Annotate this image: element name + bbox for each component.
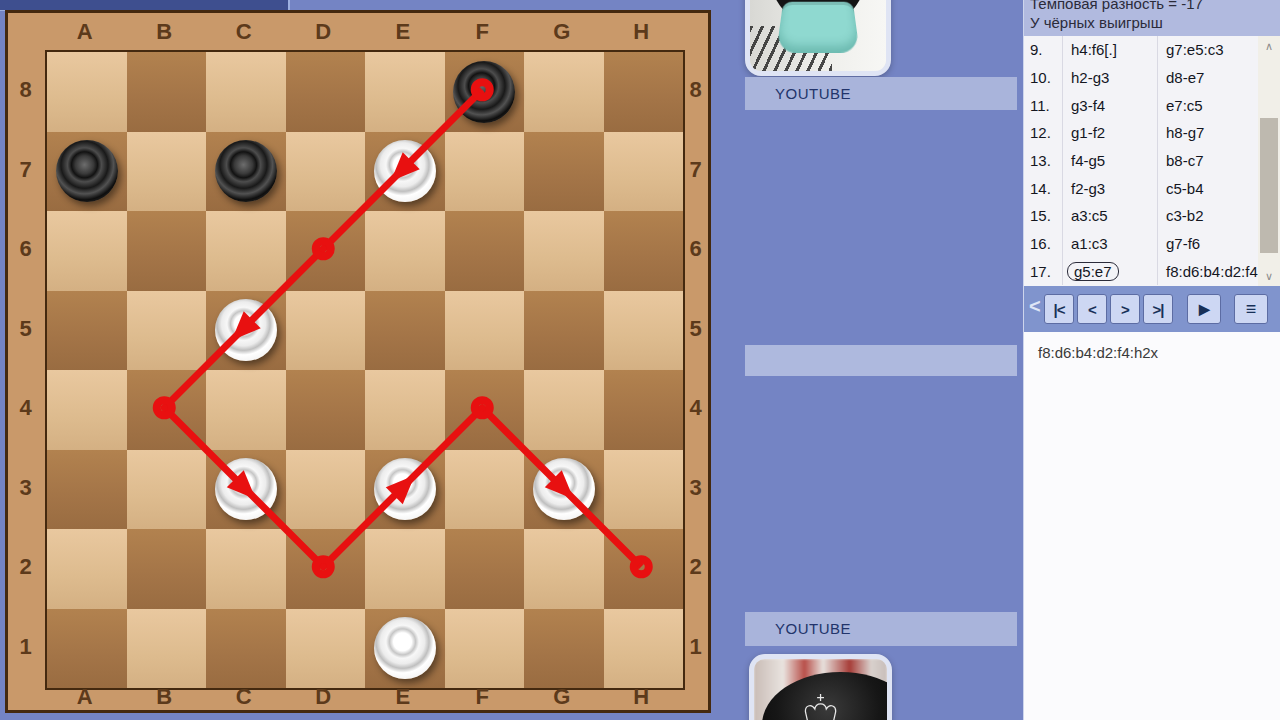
square-h7[interactable] <box>604 132 684 212</box>
move-row-13: 13.f4-g5b8-c7 <box>1024 147 1259 175</box>
file-label-top-h: H <box>602 17 682 47</box>
rank-label-left-6: 6 <box>8 209 43 289</box>
youtube-bar-bottom[interactable]: YOUTUBE <box>745 612 1017 646</box>
move-row-10: 10.h2-g3d8-e7 <box>1024 64 1259 92</box>
rank-label-right-1: 1 <box>679 607 712 687</box>
rank-label-right-6: 6 <box>679 209 712 289</box>
square-d6[interactable] <box>286 211 366 291</box>
move-number: 11. <box>1024 97 1062 114</box>
white-move-cell[interactable]: g3-f4 <box>1062 91 1157 119</box>
black-move-cell[interactable]: c3-b2 <box>1157 202 1259 230</box>
youtube-label: YOUTUBE <box>745 77 1017 110</box>
move-row-15: 15.a3:c5c3-b2 <box>1024 202 1259 230</box>
black-checker-c7[interactable] <box>215 140 277 202</box>
file-label-bottom-b: B <box>125 682 205 712</box>
square-g5[interactable] <box>524 291 604 371</box>
move-number: 12. <box>1024 124 1062 141</box>
square-d7[interactable] <box>286 132 366 212</box>
youtube-thumbnail-top[interactable] <box>745 0 891 76</box>
square-b5[interactable] <box>127 291 207 371</box>
white-move-cell[interactable]: g1-f2 <box>1062 119 1157 147</box>
square-a2[interactable] <box>47 529 127 609</box>
square-h6[interactable] <box>604 211 684 291</box>
youtube-thumbnail-bottom[interactable] <box>749 654 892 720</box>
black-wins-text: У чёрных выигрыш <box>1030 14 1163 31</box>
square-c8[interactable] <box>206 52 286 132</box>
file-label-bottom-a: A <box>45 682 125 712</box>
square-h3[interactable] <box>604 450 684 530</box>
square-g6[interactable] <box>524 211 604 291</box>
square-d5[interactable] <box>286 291 366 371</box>
white-move-cell[interactable]: f4-g5 <box>1062 147 1157 175</box>
square-g7[interactable] <box>524 132 604 212</box>
rank-label-right-8: 8 <box>679 50 712 130</box>
square-h5[interactable] <box>604 291 684 371</box>
move-row-14: 14.f2-g3c5-b4 <box>1024 174 1259 202</box>
move-row-16: 16.a1:c3g7-f6 <box>1024 230 1259 258</box>
file-label-bottom-h: H <box>602 682 682 712</box>
white-move-cell[interactable]: f2-g3 <box>1062 174 1157 202</box>
black-move-cell[interactable]: g7-f6 <box>1157 230 1259 258</box>
rank-label-left-7: 7 <box>8 130 43 210</box>
square-f4[interactable] <box>445 370 525 450</box>
checkers-board: AABBCCDDEEFFGGHH8877665544332211 <box>5 10 711 713</box>
square-f7[interactable] <box>445 132 525 212</box>
move-list-scrollbar[interactable]: ∧ ∨ <box>1258 36 1280 286</box>
move-row-9: 9.h4:f6[.]g7:e5:c3 <box>1024 36 1259 64</box>
scroll-up-icon[interactable]: ∧ <box>1258 38 1280 54</box>
file-label-top-a: A <box>45 17 125 47</box>
square-e4[interactable] <box>365 370 445 450</box>
last-move-button[interactable]: >| <box>1143 294 1173 324</box>
white-checker-e1[interactable] <box>374 617 436 679</box>
black-move-cell[interactable]: h8-g7 <box>1157 119 1259 147</box>
rank-label-right-2: 2 <box>679 527 712 607</box>
square-g1[interactable] <box>524 609 604 689</box>
black-move-cell[interactable]: e7:c5 <box>1157 91 1259 119</box>
rank-label-right-5: 5 <box>679 289 712 369</box>
evaluation-header: Темповая разность = -17 У чёрных выигрыш <box>1024 0 1280 36</box>
rank-label-right-4: 4 <box>679 368 712 448</box>
youtube-bar-top[interactable]: YOUTUBE <box>745 77 1017 110</box>
black-move-cell[interactable]: b8-c7 <box>1157 147 1259 175</box>
square-f6[interactable] <box>445 211 525 291</box>
app-window: AABBCCDDEEFFGGHH8877665544332211 YOUTUBE… <box>0 0 1280 720</box>
black-move-cell[interactable]: c5-b4 <box>1157 174 1259 202</box>
file-label-top-d: D <box>284 17 364 47</box>
rank-label-left-1: 1 <box>8 607 43 687</box>
back-chevron-icon[interactable]: < <box>1029 295 1041 318</box>
square-a1[interactable] <box>47 609 127 689</box>
white-checker-e7[interactable] <box>374 140 436 202</box>
square-h2[interactable] <box>604 529 684 609</box>
move-list[interactable]: 9.h4:f6[.]g7:e5:c310.h2-g3d8-e711.g3-f4e… <box>1024 36 1259 286</box>
square-h1[interactable] <box>604 609 684 689</box>
scrollbar-thumb[interactable] <box>1260 118 1278 253</box>
file-label-top-b: B <box>125 17 205 47</box>
square-e5[interactable] <box>365 291 445 371</box>
square-b8[interactable] <box>127 52 207 132</box>
navigation-bar: < |< < > >| ▶ ≡ <box>1024 286 1280 332</box>
black-move-cell[interactable]: f8:d6:b4:d2:f4:h2 <box>1157 258 1259 286</box>
white-move-cell[interactable]: h4:f6[.] <box>1062 36 1157 64</box>
square-a3[interactable] <box>47 450 127 530</box>
square-a8[interactable] <box>47 52 127 132</box>
menu-button[interactable]: ≡ <box>1234 294 1268 324</box>
move-number: 10. <box>1024 69 1062 86</box>
rank-label-left-8: 8 <box>8 50 43 130</box>
file-label-top-f: F <box>443 17 523 47</box>
youtube-label: YOUTUBE <box>745 612 1017 646</box>
file-label-top-e: E <box>363 17 443 47</box>
black-move-cell[interactable]: d8-e7 <box>1157 64 1259 92</box>
empty-bar-middle[interactable] <box>745 345 1017 376</box>
move-row-17: 17.g5:e7f8:d6:b4:d2:f4:h2 <box>1024 258 1259 286</box>
square-a4[interactable] <box>47 370 127 450</box>
square-c4[interactable] <box>206 370 286 450</box>
tempo-difference-text: Темповая разность = -17 <box>1030 0 1203 12</box>
white-checker-g3[interactable] <box>533 458 595 520</box>
first-move-button[interactable]: |< <box>1044 294 1074 324</box>
square-b6[interactable] <box>127 211 207 291</box>
square-b2[interactable] <box>127 529 207 609</box>
square-g4[interactable] <box>524 370 604 450</box>
white-checker-e3[interactable] <box>374 458 436 520</box>
next-move-button[interactable]: > <box>1110 294 1140 324</box>
square-g8[interactable] <box>524 52 604 132</box>
move-number: 16. <box>1024 235 1062 252</box>
rank-label-left-5: 5 <box>8 289 43 369</box>
square-f3[interactable] <box>445 450 525 530</box>
square-f2[interactable] <box>445 529 525 609</box>
white-checker-c3[interactable] <box>215 458 277 520</box>
rank-label-left-4: 4 <box>8 368 43 448</box>
square-e6[interactable] <box>365 211 445 291</box>
move-row-11: 11.g3-f4e7:c5 <box>1024 91 1259 119</box>
white-move-cell[interactable]: a1:c3 <box>1062 230 1157 258</box>
analysis-panel: Темповая разность = -17 У чёрных выигрыш… <box>1023 0 1280 720</box>
file-label-top-c: C <box>204 17 284 47</box>
square-d2[interactable] <box>286 529 366 609</box>
file-label-bottom-c: C <box>204 682 284 712</box>
rank-label-right-3: 3 <box>679 448 712 528</box>
square-b4[interactable] <box>127 370 207 450</box>
current-move-text: f8:d6:b4:d2:f4:h2x <box>1038 344 1158 361</box>
square-a6[interactable] <box>47 211 127 291</box>
file-label-top-g: G <box>522 17 602 47</box>
file-label-bottom-d: D <box>284 682 364 712</box>
square-e2[interactable] <box>365 529 445 609</box>
white-move-cell[interactable]: h2-g3 <box>1062 64 1157 92</box>
black-move-cell[interactable]: g7:e5:c3 <box>1157 36 1259 64</box>
square-f5[interactable] <box>445 291 525 371</box>
square-c2[interactable] <box>206 529 286 609</box>
board-grid <box>45 50 685 690</box>
current-move-panel: f8:d6:b4:d2:f4:h2x <box>1024 332 1280 720</box>
play-button[interactable]: ▶ <box>1187 294 1221 324</box>
file-label-bottom-g: G <box>522 682 602 712</box>
square-d3[interactable] <box>286 450 366 530</box>
white-move-cell[interactable]: g5:e7 <box>1062 258 1157 286</box>
square-d1[interactable] <box>286 609 366 689</box>
square-b1[interactable] <box>127 609 207 689</box>
move-number: 17. <box>1024 263 1062 280</box>
rank-label-right-7: 7 <box>679 130 712 210</box>
square-e8[interactable] <box>365 52 445 132</box>
move-number: 15. <box>1024 207 1062 224</box>
square-d8[interactable] <box>286 52 366 132</box>
square-c6[interactable] <box>206 211 286 291</box>
teal-face-mask-icon <box>776 2 860 53</box>
crown-icon <box>778 686 863 720</box>
white-checker-c5[interactable] <box>215 299 277 361</box>
square-d4[interactable] <box>286 370 366 450</box>
rank-label-left-3: 3 <box>8 448 43 528</box>
prev-move-button[interactable]: < <box>1077 294 1107 324</box>
file-label-bottom-f: F <box>443 682 523 712</box>
square-b7[interactable] <box>127 132 207 212</box>
rank-label-left-2: 2 <box>8 527 43 607</box>
file-label-bottom-e: E <box>363 682 443 712</box>
white-move-cell[interactable]: a3:c5 <box>1062 202 1157 230</box>
black-checker-f8[interactable] <box>453 61 515 123</box>
square-f1[interactable] <box>445 609 525 689</box>
move-number: 13. <box>1024 152 1062 169</box>
black-checker-a7[interactable] <box>56 140 118 202</box>
scroll-down-icon[interactable]: ∨ <box>1258 268 1280 284</box>
square-g2[interactable] <box>524 529 604 609</box>
selected-move-box[interactable]: g5:e7 <box>1067 262 1119 281</box>
move-row-12: 12.g1-f2h8-g7 <box>1024 119 1259 147</box>
move-number: 14. <box>1024 180 1062 197</box>
move-number: 9. <box>1024 41 1062 58</box>
square-a5[interactable] <box>47 291 127 371</box>
square-h4[interactable] <box>604 370 684 450</box>
square-b3[interactable] <box>127 450 207 530</box>
square-h8[interactable] <box>604 52 684 132</box>
square-c1[interactable] <box>206 609 286 689</box>
